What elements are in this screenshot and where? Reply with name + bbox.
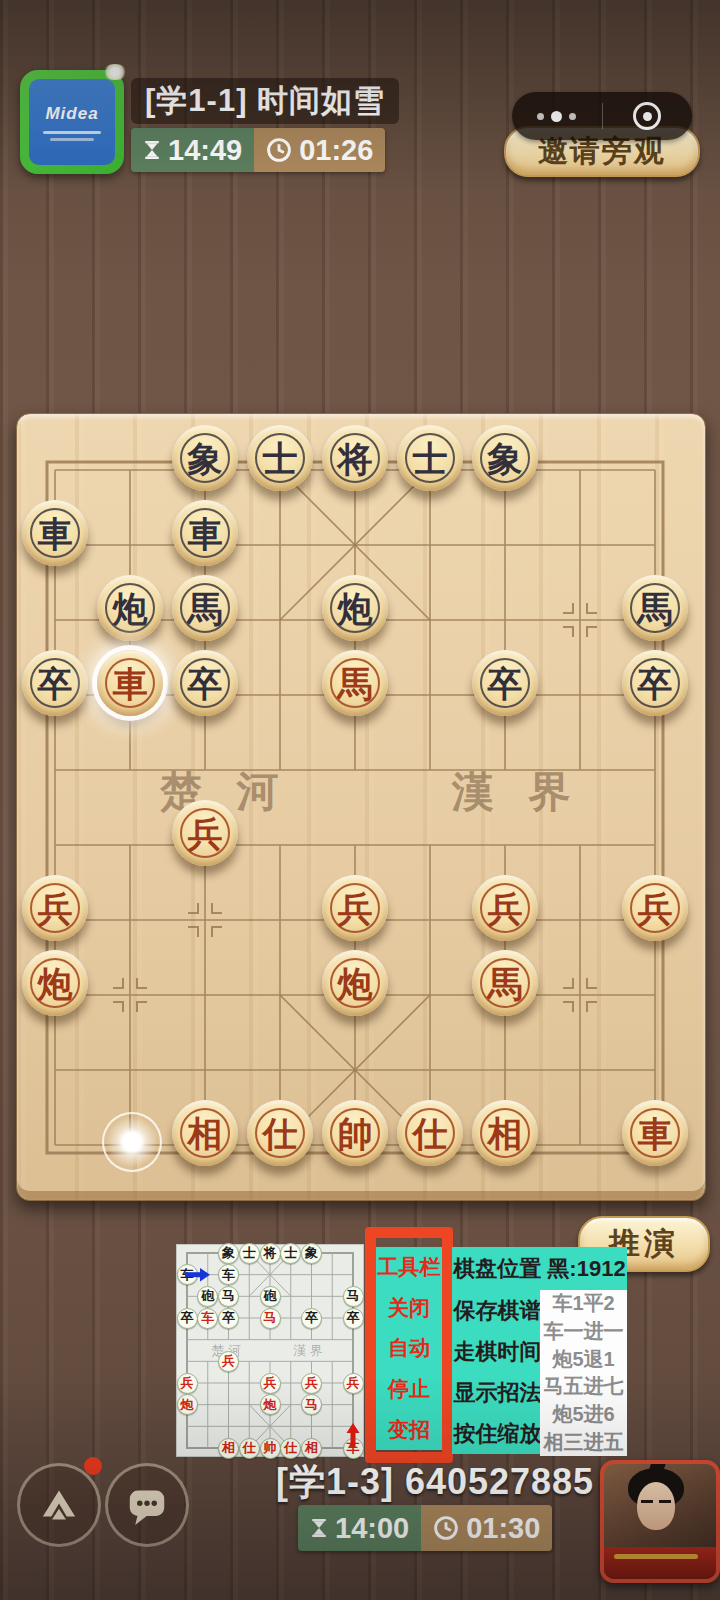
position-label: 棋盘位置 — [453, 1254, 541, 1284]
chat-button[interactable] — [105, 1463, 189, 1547]
black-piece-卒[interactable]: 卒 — [172, 650, 238, 716]
mini-move-arrows — [177, 1245, 363, 1456]
touch-glow-marker — [102, 1112, 162, 1172]
move-item: 车1平2 — [540, 1290, 627, 1318]
total-time: 14:49 — [131, 128, 254, 172]
black-piece-馬[interactable]: 馬 — [622, 575, 688, 641]
red-piece-兵[interactable]: 兵 — [172, 800, 238, 866]
opponent-avatar[interactable]: Midea — [20, 70, 124, 174]
red-piece-馬[interactable]: 馬 — [322, 650, 388, 716]
chat-bubble-icon — [118, 1476, 176, 1534]
move-time-button[interactable]: 走棋时间 — [452, 1332, 543, 1373]
move-item: 炮5退1 — [540, 1345, 627, 1373]
black-piece-士[interactable]: 士 — [247, 425, 313, 491]
black-piece-卒[interactable]: 卒 — [22, 650, 88, 716]
show-moves-button[interactable]: 显示招法 — [452, 1373, 543, 1414]
my-avatar[interactable] — [600, 1460, 720, 1583]
red-piece-兵[interactable]: 兵 — [322, 875, 388, 941]
move-time: 01:26 — [254, 128, 385, 172]
black-piece-馬[interactable]: 馬 — [172, 575, 238, 641]
red-piece-仕[interactable]: 仕 — [247, 1100, 313, 1166]
red-piece-帥[interactable]: 帥 — [322, 1100, 388, 1166]
brand-name: Midea — [45, 104, 98, 124]
vary-tool-button[interactable]: 变招 — [376, 1409, 442, 1450]
black-piece-卒[interactable]: 卒 — [622, 650, 688, 716]
brand-logo: Midea — [29, 79, 115, 165]
assistant-toolbar: 工具栏 关闭 自动 停止 变招 — [376, 1247, 442, 1450]
save-record-button[interactable]: 保存棋谱 — [452, 1291, 543, 1332]
red-piece-相[interactable]: 相 — [472, 1100, 538, 1166]
avatar-glare — [102, 64, 128, 80]
red-piece-炮[interactable]: 炮 — [22, 950, 88, 1016]
black-piece-車[interactable]: 車 — [22, 500, 88, 566]
app-logo-icon — [29, 1475, 89, 1535]
red-piece-車[interactable]: 車 — [97, 650, 163, 716]
red-piece-相[interactable]: 相 — [172, 1100, 238, 1166]
close-tool-button[interactable]: 关闭 — [376, 1288, 442, 1329]
black-piece-炮[interactable]: 炮 — [97, 575, 163, 641]
river-label-right: 漢 界 — [451, 767, 581, 816]
total-time: 14:00 — [298, 1505, 421, 1551]
black-piece-将[interactable]: 将 — [322, 425, 388, 491]
red-piece-馬[interactable]: 馬 — [472, 950, 538, 1016]
circle-target-icon — [633, 102, 661, 130]
red-piece-仕[interactable]: 仕 — [397, 1100, 463, 1166]
black-piece-炮[interactable]: 炮 — [322, 575, 388, 641]
miniprogram-capsule[interactable] — [512, 92, 692, 140]
room-title: [学1-1] 时间如雪 — [131, 78, 399, 124]
red-piece-兵[interactable]: 兵 — [622, 875, 688, 941]
toolbar-title: 工具栏 — [376, 1247, 442, 1288]
board-position-header: 棋盘位置 黑:1912 — [452, 1247, 627, 1291]
move-item: 炮5进6 — [540, 1401, 627, 1429]
black-piece-象[interactable]: 象 — [472, 425, 538, 491]
move-item: 马五进七 — [540, 1373, 627, 1401]
red-piece-車[interactable]: 車 — [622, 1100, 688, 1166]
clock-icon — [433, 1515, 459, 1541]
black-piece-象[interactable]: 象 — [172, 425, 238, 491]
eval-score: 黑:1912 — [547, 1254, 625, 1284]
home-button[interactable] — [17, 1463, 101, 1547]
red-piece-兵[interactable]: 兵 — [472, 875, 538, 941]
more-button[interactable] — [512, 92, 602, 140]
hourglass-icon — [310, 1515, 328, 1541]
move-item: 相三进五 — [540, 1428, 627, 1456]
more-dots-icon — [537, 113, 544, 120]
black-piece-卒[interactable]: 卒 — [472, 650, 538, 716]
black-piece-士[interactable]: 士 — [397, 425, 463, 491]
stop-tool-button[interactable]: 停止 — [376, 1369, 442, 1410]
hold-to-zoom-button[interactable]: 按住缩放 — [452, 1413, 543, 1454]
assistant-options: 保存棋谱 走棋时间 显示招法 按住缩放 — [452, 1291, 543, 1454]
app-screen: Midea [学1-1] 时间如雪 14:49 01:26 邀请旁观 — [0, 0, 720, 1600]
move-time: 01:30 — [421, 1505, 552, 1551]
move-list[interactable]: 车1平2 车一进一 炮5退1 马五进七 炮5进6 相三进五 — [540, 1290, 627, 1456]
mini-board-thumbnail[interactable]: 楚河 漢界 象士将士象车车砲马砲马卒车卒马卒卒兵兵兵兵兵炮炮马相仕帅仕相车 — [177, 1245, 363, 1456]
my-room-title: [学1-3] 640527885 — [240, 1458, 630, 1507]
board-grid: 楚 河 漢 界 — [0, 405, 720, 1205]
red-piece-兵[interactable]: 兵 — [22, 875, 88, 941]
auto-tool-button[interactable]: 自动 — [376, 1328, 442, 1369]
my-timer: 14:00 01:30 — [298, 1505, 552, 1551]
red-piece-炮[interactable]: 炮 — [322, 950, 388, 1016]
move-item: 车一进一 — [540, 1318, 627, 1346]
hourglass-icon — [143, 137, 161, 163]
opponent-timer: 14:49 01:26 — [131, 128, 385, 172]
black-piece-車[interactable]: 車 — [172, 500, 238, 566]
close-capsule-button[interactable] — [603, 92, 693, 140]
clock-icon — [266, 137, 292, 163]
notification-badge — [84, 1457, 102, 1475]
